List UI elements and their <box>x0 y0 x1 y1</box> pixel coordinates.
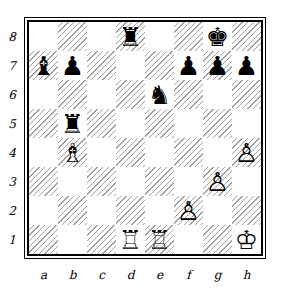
square-c1[interactable] <box>87 225 116 254</box>
square-b4[interactable]: ♗ <box>58 138 87 167</box>
piece-black-bishop[interactable]: ♝ <box>32 53 55 79</box>
square-h6[interactable] <box>232 80 261 109</box>
square-a4[interactable] <box>29 138 58 167</box>
file-label-h: h <box>232 266 261 284</box>
square-c3[interactable] <box>87 167 116 196</box>
rank-label-4: 4 <box>2 138 22 167</box>
square-b5[interactable]: ♜ <box>58 109 87 138</box>
square-h2[interactable] <box>232 196 261 225</box>
square-a5[interactable] <box>29 109 58 138</box>
square-h4[interactable]: ♙ <box>232 138 261 167</box>
file-label-a: a <box>29 266 58 284</box>
board-border: ♜♚♝♟♟♟♟♞♜♗♙♙♙♖♖♔ <box>24 17 266 259</box>
piece-white-pawn[interactable]: ♙ <box>177 198 200 224</box>
square-h1[interactable]: ♔ <box>232 225 261 254</box>
square-a7[interactable]: ♝ <box>29 51 58 80</box>
rank-labels: 87654321 <box>2 22 22 254</box>
file-labels: abcdefgh <box>29 266 261 284</box>
piece-black-rook[interactable]: ♜ <box>119 24 142 50</box>
piece-white-rook[interactable]: ♖ <box>119 227 142 253</box>
square-e3[interactable] <box>145 167 174 196</box>
square-d5[interactable] <box>116 109 145 138</box>
rank-label-6: 6 <box>2 80 22 109</box>
piece-black-pawn[interactable]: ♟ <box>177 53 200 79</box>
file-label-e: e <box>145 266 174 284</box>
square-f8[interactable] <box>174 22 203 51</box>
square-a8[interactable] <box>29 22 58 51</box>
square-h3[interactable] <box>232 167 261 196</box>
square-d1[interactable]: ♖ <box>116 225 145 254</box>
square-b2[interactable] <box>58 196 87 225</box>
square-d2[interactable] <box>116 196 145 225</box>
chess-board: ♜♚♝♟♟♟♟♞♜♗♙♙♙♖♖♔ <box>27 20 263 256</box>
square-b6[interactable] <box>58 80 87 109</box>
square-d4[interactable] <box>116 138 145 167</box>
square-c4[interactable] <box>87 138 116 167</box>
piece-white-pawn[interactable]: ♙ <box>235 140 258 166</box>
piece-black-pawn[interactable]: ♟ <box>235 53 258 79</box>
square-b7[interactable]: ♟ <box>58 51 87 80</box>
rank-label-3: 3 <box>2 167 22 196</box>
file-label-b: b <box>58 266 87 284</box>
square-c7[interactable] <box>87 51 116 80</box>
square-f3[interactable] <box>174 167 203 196</box>
piece-white-bishop[interactable]: ♗ <box>61 140 84 166</box>
square-f7[interactable]: ♟ <box>174 51 203 80</box>
square-c6[interactable] <box>87 80 116 109</box>
square-b1[interactable] <box>58 225 87 254</box>
square-h7[interactable]: ♟ <box>232 51 261 80</box>
piece-white-rook[interactable]: ♖ <box>148 227 171 253</box>
piece-black-rook[interactable]: ♜ <box>61 111 84 137</box>
piece-white-king[interactable]: ♔ <box>235 227 258 253</box>
square-c8[interactable] <box>87 22 116 51</box>
piece-black-knight[interactable]: ♞ <box>148 82 171 108</box>
square-e5[interactable] <box>145 109 174 138</box>
piece-black-pawn[interactable]: ♟ <box>61 53 84 79</box>
square-h8[interactable] <box>232 22 261 51</box>
square-e2[interactable] <box>145 196 174 225</box>
piece-black-king[interactable]: ♚ <box>206 24 229 50</box>
square-d7[interactable] <box>116 51 145 80</box>
square-b3[interactable] <box>58 167 87 196</box>
square-a2[interactable] <box>29 196 58 225</box>
square-c2[interactable] <box>87 196 116 225</box>
square-e1[interactable]: ♖ <box>145 225 174 254</box>
rank-label-5: 5 <box>2 109 22 138</box>
square-f2[interactable]: ♙ <box>174 196 203 225</box>
rank-label-2: 2 <box>2 196 22 225</box>
square-a6[interactable] <box>29 80 58 109</box>
piece-white-pawn[interactable]: ♙ <box>206 169 229 195</box>
square-c5[interactable] <box>87 109 116 138</box>
square-g8[interactable]: ♚ <box>203 22 232 51</box>
square-f4[interactable] <box>174 138 203 167</box>
square-f1[interactable] <box>174 225 203 254</box>
square-e4[interactable] <box>145 138 174 167</box>
rank-label-7: 7 <box>2 51 22 80</box>
square-g7[interactable]: ♟ <box>203 51 232 80</box>
file-label-f: f <box>174 266 203 284</box>
piece-black-pawn[interactable]: ♟ <box>206 53 229 79</box>
square-g2[interactable] <box>203 196 232 225</box>
file-label-g: g <box>203 266 232 284</box>
square-h5[interactable] <box>232 109 261 138</box>
file-label-c: c <box>87 266 116 284</box>
square-f5[interactable] <box>174 109 203 138</box>
square-e7[interactable] <box>145 51 174 80</box>
square-b8[interactable] <box>58 22 87 51</box>
square-g6[interactable] <box>203 80 232 109</box>
rank-label-1: 1 <box>2 225 22 254</box>
square-d8[interactable]: ♜ <box>116 22 145 51</box>
square-d6[interactable] <box>116 80 145 109</box>
square-d3[interactable] <box>116 167 145 196</box>
file-label-d: d <box>116 266 145 284</box>
square-g4[interactable] <box>203 138 232 167</box>
square-e6[interactable]: ♞ <box>145 80 174 109</box>
square-e8[interactable] <box>145 22 174 51</box>
square-f6[interactable] <box>174 80 203 109</box>
square-g5[interactable] <box>203 109 232 138</box>
square-a3[interactable] <box>29 167 58 196</box>
square-g3[interactable]: ♙ <box>203 167 232 196</box>
square-g1[interactable] <box>203 225 232 254</box>
chess-diagram: 87654321 ♜♚♝♟♟♟♟♞♜♗♙♙♙♖♖♔ abcdefgh <box>0 0 290 303</box>
square-a1[interactable] <box>29 225 58 254</box>
rank-label-8: 8 <box>2 22 22 51</box>
